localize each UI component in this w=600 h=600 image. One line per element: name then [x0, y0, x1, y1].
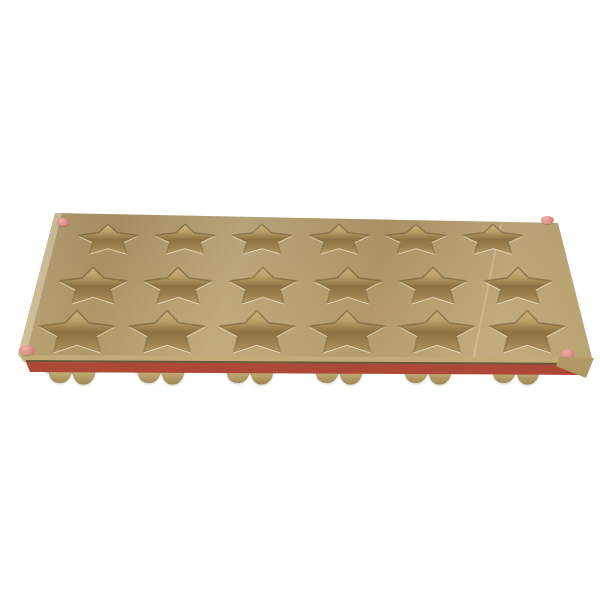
mold-top-surface: [0, 0, 600, 600]
product-photo: [0, 0, 600, 600]
surface-sheen: [0, 0, 600, 600]
